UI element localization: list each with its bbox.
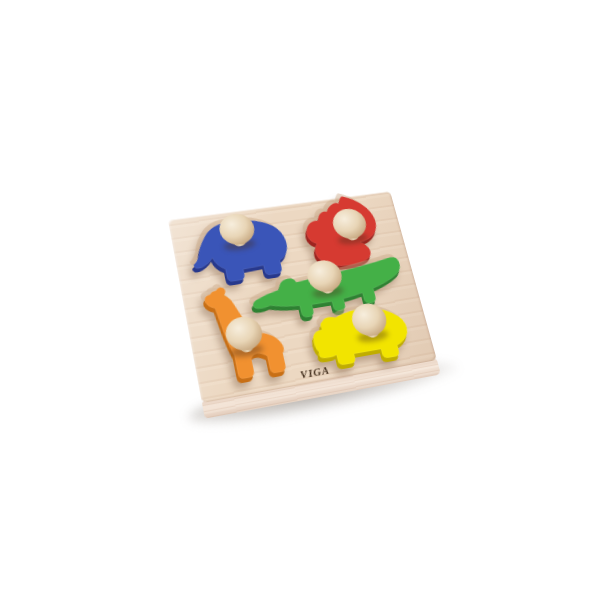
product-photo: blue elephant piece red squirrel piece g… (0, 0, 600, 600)
elephant-knob (216, 212, 260, 254)
puzzle-board: blue elephant piece red squirrel piece g… (168, 191, 437, 403)
